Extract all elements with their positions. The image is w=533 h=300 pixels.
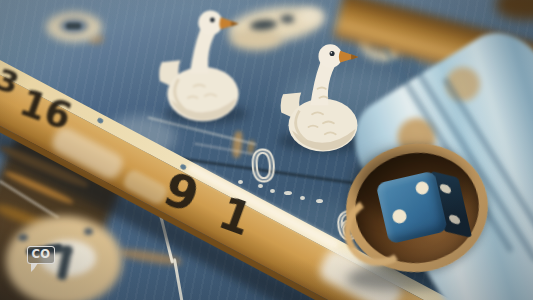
vignette-overlay — [0, 0, 533, 300]
goose-board-photo: 0 6 3 16 9 1 — [0, 0, 533, 300]
